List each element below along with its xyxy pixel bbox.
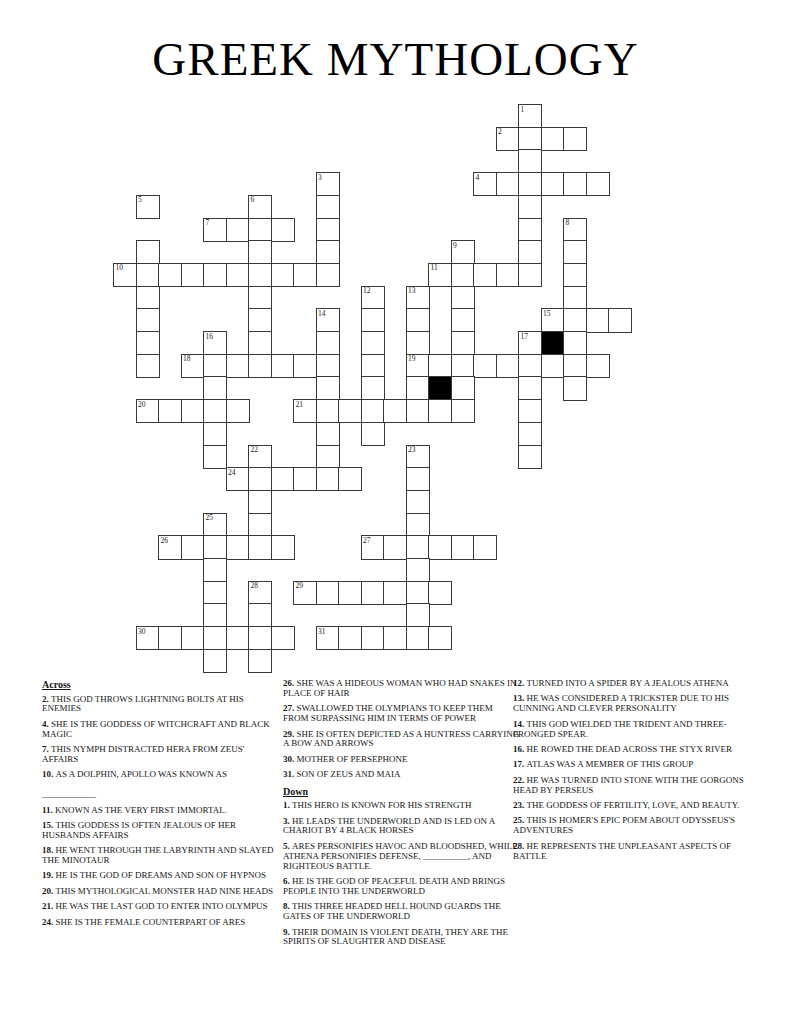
clue-12-down: 12. TURNED INTO A SPIDER BY A JEALOUS AT… [513, 679, 750, 689]
grid-cell[interactable] [226, 399, 250, 423]
grid-cell[interactable] [316, 467, 340, 491]
grid-cell[interactable] [451, 308, 475, 332]
grid-cell[interactable] [248, 331, 272, 355]
grid-cell[interactable] [496, 263, 520, 287]
clue-19-across: 19. HE IS THE GOD OF DREAMS AND SON OF H… [42, 871, 279, 881]
clue-26-across: 26. SHE WAS A HIDEOUS WOMAN WHO HAD SNAK… [283, 679, 520, 699]
grid-cell[interactable]: 7 [203, 218, 227, 242]
grid-cell[interactable] [203, 263, 227, 287]
clue-15-across: 15. THIS GODDESS IS OFTEN JEALOUS OF HER… [42, 821, 279, 841]
clue-number-label: 27. [283, 703, 297, 713]
clue-number: 24 [228, 469, 236, 477]
clue-number-label: 20. [42, 886, 56, 896]
grid-cell[interactable]: 10 [113, 263, 137, 287]
grid-cell[interactable] [293, 467, 317, 491]
clue-31-across: 31. SON OF ZEUS AND MAIA [283, 770, 520, 780]
grid-cell[interactable] [563, 127, 587, 151]
clue-number-label: 30. [283, 754, 297, 764]
clue-number: 14 [318, 310, 326, 318]
clue-number-label: 4. [42, 719, 51, 729]
grid-cell[interactable]: 27 [361, 535, 385, 559]
grid-cell[interactable]: 8 [563, 218, 587, 242]
grid-cell[interactable] [428, 535, 452, 559]
clue-number: 7 [206, 219, 210, 227]
grid-cell[interactable] [203, 603, 227, 627]
grid-cell[interactable] [316, 354, 340, 378]
grid-cell[interactable] [383, 399, 407, 423]
grid-cell[interactable] [406, 308, 430, 332]
grid-cell[interactable] [248, 603, 272, 627]
clue-1-down: 1. THIS HERO IS KNOWN FOR HIS STRENGTH [283, 801, 520, 811]
grid-cell[interactable]: 29 [293, 581, 317, 605]
clue-18-across: 18. HE WENT THROUGH THE LABYRINTH AND SL… [42, 846, 279, 866]
clue-13-down: 13. HE WAS CONSIDERED A TRICKSTER DUE TO… [513, 694, 750, 714]
clue-3-down: 3. HE LEADS THE UNDERWORLD AND IS LED ON… [283, 817, 520, 837]
clue-number: 8 [566, 219, 570, 227]
clue-number: 22 [251, 446, 259, 454]
grid-cell[interactable] [316, 422, 340, 446]
grid-cell[interactable] [586, 354, 610, 378]
grid-cell[interactable] [406, 513, 430, 537]
clue-20-across: 20. THIS MYTHOLOGICAL MONSTER HAD NINE H… [42, 887, 279, 897]
clue-number-label: 24. [42, 917, 56, 927]
grid-cell[interactable]: 26 [158, 535, 182, 559]
clue-number: 18 [183, 355, 191, 363]
grid-cell[interactable] [136, 286, 160, 310]
clue-number-label: 9. [283, 927, 292, 937]
grid-cell[interactable] [158, 399, 182, 423]
clue-4-across: 4. SHE IS THE GODDESS OF WITCHCRAFT AND … [42, 720, 279, 740]
across-header: Across [42, 679, 279, 690]
clue-30-across: 30. MOTHER OF PERSEPHONE [283, 755, 520, 765]
grid-cell[interactable] [563, 172, 587, 196]
grid-cell[interactable] [428, 399, 452, 423]
clue-number: 5 [138, 196, 142, 204]
clue-number-label: 12. [513, 678, 527, 688]
grid-cell[interactable] [226, 354, 250, 378]
grid-cell[interactable] [518, 263, 542, 287]
grid-cell[interactable] [248, 354, 272, 378]
blocked-cell [428, 376, 452, 400]
clue-number-label: 26. [283, 678, 297, 688]
grid-cell[interactable] [518, 399, 542, 423]
grid-cell[interactable] [518, 149, 542, 173]
grid-cell[interactable] [361, 376, 385, 400]
grid-cell[interactable]: 15 [541, 308, 565, 332]
grid-cell[interactable] [181, 535, 205, 559]
clue-7-across: 7. THIS NYMPH DISTRACTED HERA FROM ZEUS'… [42, 745, 279, 765]
clue-number-label: 21. [42, 901, 56, 911]
clue-number-label: 1. [283, 800, 292, 810]
grid-cell[interactable] [518, 445, 542, 469]
grid-cell[interactable] [496, 354, 520, 378]
grid-cell[interactable] [518, 127, 542, 151]
grid-cell[interactable]: 11 [428, 263, 452, 287]
clue-14-down: 14. THIS GOD WIELDED THE TRIDENT AND THR… [513, 720, 750, 740]
grid-cell[interactable] [248, 263, 272, 287]
clue-number: 26 [161, 537, 169, 545]
clue-number: 17 [521, 333, 529, 341]
grid-cell[interactable]: 6 [248, 195, 272, 219]
grid-cell[interactable] [226, 263, 250, 287]
grid-cell[interactable] [316, 399, 340, 423]
grid-cell[interactable]: 1 [518, 104, 542, 128]
grid-cell[interactable]: 30 [136, 626, 160, 650]
grid-cell[interactable]: 14 [316, 308, 340, 332]
clue-number-label: 28. [513, 841, 527, 851]
grid-cell[interactable] [338, 626, 362, 650]
clue-number-label: 22. [513, 775, 527, 785]
grid-cell[interactable] [248, 218, 272, 242]
grid-cell[interactable] [541, 172, 565, 196]
grid-cell[interactable] [293, 263, 317, 287]
clue-number: 2 [498, 128, 502, 136]
grid-cell[interactable]: 23 [406, 445, 430, 469]
clue-21-across: 21. HE WAS THE LAST GOD TO ENTER INTO OL… [42, 902, 279, 912]
clue-number: 27 [363, 537, 371, 545]
grid-cell[interactable] [136, 354, 160, 378]
clue-9-down: 9. THEIR DOMAIN IS VIOLENT DEATH, THEY A… [283, 928, 520, 948]
grid-cell[interactable] [136, 240, 160, 264]
grid-cell[interactable] [406, 331, 430, 355]
grid-cell[interactable] [473, 263, 497, 287]
grid-cell[interactable] [316, 195, 340, 219]
grid-cell[interactable] [586, 172, 610, 196]
grid-cell[interactable] [226, 218, 250, 242]
clue-2-across: 2. THIS GOD THROWS LIGHTNING BOLTS AT HI… [42, 695, 279, 715]
grid-cell[interactable] [271, 535, 295, 559]
grid-cell[interactable] [203, 581, 227, 605]
grid-cell[interactable] [203, 422, 227, 446]
grid-cell[interactable] [316, 331, 340, 355]
grid-cell[interactable] [406, 467, 430, 491]
grid-cell[interactable] [518, 172, 542, 196]
grid-cell[interactable]: 19 [406, 354, 430, 378]
clue-number: 31 [318, 628, 326, 636]
clue-number: 9 [453, 242, 457, 250]
clue-number: 12 [363, 287, 371, 295]
puzzle-title: GREEK MYTHOLOGY [0, 32, 791, 86]
clue-number: 11 [431, 264, 438, 272]
grid-cell[interactable] [203, 626, 227, 650]
clue-number: 15 [543, 310, 551, 318]
clue-number-label: 13. [513, 693, 527, 703]
grid-cell[interactable] [451, 354, 475, 378]
grid-cell[interactable] [248, 649, 272, 673]
clue-number-label: 7. [42, 744, 51, 754]
grid-cell[interactable] [248, 308, 272, 332]
clue-22-down: 22. HE WAS TURNED INTO STONE WITH THE GO… [513, 776, 750, 796]
clue-6-down: 6. HE IS THE GOD OF PEACEFUL DEATH AND B… [283, 877, 520, 897]
grid-cell[interactable]: 2 [496, 127, 520, 151]
grid-cell[interactable] [361, 422, 385, 446]
clue-number-label: 19. [42, 870, 56, 880]
grid-cell[interactable] [248, 535, 272, 559]
grid-cell[interactable] [563, 331, 587, 355]
grid-cell[interactable] [428, 626, 452, 650]
clue-number-label: 14. [513, 719, 527, 729]
grid-cell[interactable] [406, 376, 430, 400]
clue-28-down: 28. HE REPRESENTS THE UNPLEASANT ASPECTS… [513, 842, 750, 862]
clue-number-label: 11. [42, 805, 55, 815]
clue-number: 19 [408, 355, 416, 363]
grid-cell[interactable] [383, 626, 407, 650]
grid-cell[interactable] [271, 263, 295, 287]
grid-cell[interactable] [361, 581, 385, 605]
grid-cell[interactable] [383, 581, 407, 605]
grid-cell[interactable] [226, 535, 250, 559]
grid-cell[interactable] [428, 354, 452, 378]
grid-cell[interactable] [406, 490, 430, 514]
clue-number: 4 [476, 174, 480, 182]
grid-cell[interactable] [248, 490, 272, 514]
grid-cell[interactable] [383, 535, 407, 559]
grid-cell[interactable] [203, 376, 227, 400]
grid-cell[interactable]: 17 [518, 331, 542, 355]
grid-cell[interactable] [608, 308, 632, 332]
grid-cell[interactable] [563, 263, 587, 287]
clue-number-label: 23. [513, 800, 527, 810]
grid-cell[interactable] [563, 376, 587, 400]
grid-cell[interactable] [361, 399, 385, 423]
grid-cell[interactable] [203, 399, 227, 423]
clue-number-label: 25. [513, 815, 527, 825]
clue-number-label: 17. [513, 759, 527, 769]
grid-cell[interactable] [406, 399, 430, 423]
grid-cell[interactable] [181, 263, 205, 287]
grid-cell[interactable]: 12 [361, 286, 385, 310]
grid-cell[interactable] [361, 331, 385, 355]
grid-cell[interactable]: 13 [406, 286, 430, 310]
grid-cell[interactable] [203, 535, 227, 559]
grid-cell[interactable] [136, 331, 160, 355]
grid-cell[interactable]: 24 [226, 467, 250, 491]
clue-number-label: 10. [42, 769, 56, 779]
grid-cell[interactable] [496, 172, 520, 196]
clue-number-label: 15. [42, 820, 56, 830]
clue-8-down: 8. THIS THREE HEADED HELL HOUND GUARDS T… [283, 902, 520, 922]
grid-cell[interactable] [361, 626, 385, 650]
page: { "game": "crossword", "title": "GREEK M… [0, 0, 791, 1024]
grid-cell[interactable] [316, 376, 340, 400]
grid-cell[interactable] [428, 581, 452, 605]
clue-number-label: 18. [42, 845, 56, 855]
clue-number: 13 [408, 287, 416, 295]
clues-column-1: Across2. THIS GOD THROWS LIGHTNING BOLTS… [42, 679, 279, 933]
grid-cell[interactable] [338, 399, 362, 423]
clue-number-label: 16. [513, 744, 527, 754]
grid-cell[interactable] [451, 331, 475, 355]
clue-number-label: 5. [283, 841, 292, 851]
clues-column-2: 26. SHE WAS A HIDEOUS WOMAN WHO HAD SNAK… [283, 679, 520, 953]
grid-cell[interactable] [406, 581, 430, 605]
grid-cell[interactable]: 4 [473, 172, 497, 196]
grid-cell[interactable] [248, 240, 272, 264]
grid-cell[interactable] [271, 467, 295, 491]
clue-16-down: 16. HE ROWED THE DEAD ACROSS THE STYX RI… [513, 745, 750, 755]
clue-number: 6 [251, 196, 255, 204]
grid-cell[interactable]: 20 [136, 399, 160, 423]
grid-cell[interactable]: 3 [316, 172, 340, 196]
grid-cell[interactable] [361, 354, 385, 378]
grid-cell[interactable]: 21 [293, 399, 317, 423]
clue-number: 28 [251, 582, 259, 590]
clue-number: 20 [138, 401, 146, 409]
grid-cell[interactable] [316, 445, 340, 469]
clue-number: 16 [206, 333, 214, 341]
grid-cell[interactable] [203, 445, 227, 469]
grid-cell[interactable] [563, 308, 587, 332]
grid-cell[interactable] [181, 626, 205, 650]
clue-24-across: 24. SHE IS THE FEMALE COUNTERPART OF ARE… [42, 918, 279, 928]
grid-cell[interactable] [248, 467, 272, 491]
clue-number-label: 29. [283, 729, 297, 739]
grid-cell[interactable] [473, 354, 497, 378]
grid-cell[interactable] [248, 286, 272, 310]
grid-cell[interactable] [563, 240, 587, 264]
grid-cell[interactable] [518, 218, 542, 242]
clue-5-down: 5. ARES PERSONIFIES HAVOC AND BLOODSHED,… [283, 842, 520, 872]
grid-cell[interactable]: 5 [136, 195, 160, 219]
grid-cell[interactable] [293, 354, 317, 378]
grid-cell[interactable] [136, 263, 160, 287]
grid-cell[interactable] [271, 626, 295, 650]
grid-cell[interactable]: 25 [203, 513, 227, 537]
grid-cell[interactable]: 28 [248, 581, 272, 605]
grid-cell[interactable]: 9 [451, 240, 475, 264]
grid-cell[interactable] [451, 399, 475, 423]
grid-cell[interactable] [361, 308, 385, 332]
clue-23-down: 23. THE GODDESS OF FERTILITY, LOVE, AND … [513, 801, 750, 811]
grid-cell[interactable] [316, 240, 340, 264]
grid-cell[interactable] [451, 376, 475, 400]
grid-cell[interactable] [406, 603, 430, 627]
grid-cell[interactable] [406, 558, 430, 582]
clue-10-across: 10. AS A DOLPHIN, APOLLO WAS KNOWN AS __… [42, 770, 279, 800]
grid-cell[interactable] [248, 513, 272, 537]
clue-11-across: 11. KNOWN AS THE VERY FIRST IMMORTAL. [42, 806, 279, 816]
grid-cell[interactable] [518, 376, 542, 400]
grid-cell[interactable] [203, 354, 227, 378]
grid-cell[interactable] [406, 535, 430, 559]
clue-number: 30 [138, 628, 146, 636]
clue-number: 10 [116, 264, 124, 272]
grid-cell[interactable] [203, 649, 227, 673]
grid-cell[interactable] [136, 308, 160, 332]
grid-cell[interactable] [563, 354, 587, 378]
grid-cell[interactable] [518, 354, 542, 378]
grid-cell[interactable] [271, 218, 295, 242]
clue-number: 25 [206, 514, 214, 522]
grid-cell[interactable] [406, 626, 430, 650]
grid-cell[interactable] [563, 286, 587, 310]
grid-cell[interactable]: 16 [203, 331, 227, 355]
grid-cell[interactable] [518, 240, 542, 264]
clue-29-across: 29. SHE IS OFTEN DEPICTED AS A HUNTRESS … [283, 730, 520, 750]
grid-cell[interactable] [181, 399, 205, 423]
clue-number: 1 [521, 106, 525, 114]
grid-cell[interactable] [518, 195, 542, 219]
down-header: Down [283, 786, 520, 797]
clues-column-3: 12. TURNED INTO A SPIDER BY A JEALOUS AT… [513, 679, 750, 867]
grid-cell[interactable] [451, 263, 475, 287]
grid-cell[interactable] [451, 286, 475, 310]
grid-cell[interactable] [158, 626, 182, 650]
blocked-cell [541, 331, 565, 355]
clue-number-label: 3. [283, 816, 292, 826]
grid-cell[interactable] [203, 558, 227, 582]
grid-cell[interactable] [316, 581, 340, 605]
grid-cell[interactable] [316, 218, 340, 242]
clue-17-down: 17. ATLAS WAS A MEMBER OF THIS GROUP [513, 760, 750, 770]
grid-cell[interactable] [473, 535, 497, 559]
grid-cell[interactable] [158, 263, 182, 287]
grid-cell[interactable]: 18 [181, 354, 205, 378]
grid-cell[interactable] [338, 467, 362, 491]
grid-cell[interactable] [541, 127, 565, 151]
clue-number-label: 2. [42, 694, 51, 704]
grid-cell[interactable] [451, 535, 475, 559]
clue-number: 21 [296, 401, 304, 409]
grid-cell[interactable]: 22 [248, 445, 272, 469]
grid-cell[interactable] [586, 308, 610, 332]
grid-cell[interactable] [518, 422, 542, 446]
grid-cell[interactable] [338, 581, 362, 605]
clue-number: 23 [408, 446, 416, 454]
grid-cell[interactable] [248, 626, 272, 650]
grid-cell[interactable]: 31 [316, 626, 340, 650]
clue-number-label: 31. [283, 769, 297, 779]
clue-number: 3 [318, 174, 322, 182]
grid-cell[interactable] [226, 626, 250, 650]
grid-cell[interactable] [271, 354, 295, 378]
clue-27-across: 27. SWALLOWED THE OLYMPIANS TO KEEP THEM… [283, 704, 520, 724]
clue-number-label: 6. [283, 876, 292, 886]
grid-cell[interactable] [316, 263, 340, 287]
grid-cell[interactable] [541, 354, 565, 378]
clue-number-label: 8. [283, 901, 292, 911]
clue-25-down: 25. THIS IS HOMER'S EPIC POEM ABOUT ODYS… [513, 816, 750, 836]
clue-number: 29 [296, 582, 304, 590]
